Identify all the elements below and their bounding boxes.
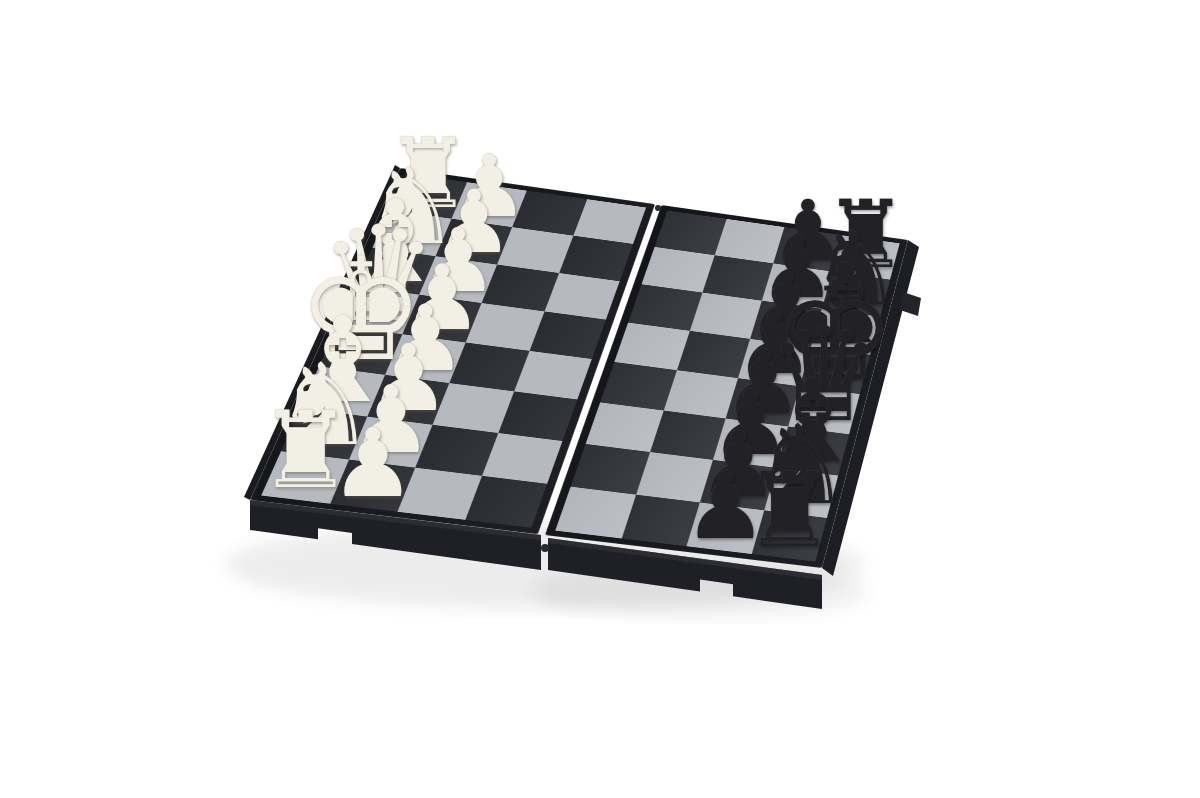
board-base-and-sides — [0, 0, 1200, 798]
piece-white-rook-h1[interactable]: ♜ — [258, 398, 353, 504]
piece-black-pawn-h7[interactable]: ♟ — [684, 460, 767, 553]
clasp-tab — [900, 292, 921, 316]
hinge-pin-front — [541, 544, 549, 552]
hinge-pin-back — [655, 205, 661, 211]
chess-set-photo: ♜♞♝♚♛♝♞♜♟♟♟♟♟♟♟♟♟♟♟♟♟♟♟♟♜♞♝♛♚♝♞♜ — [0, 0, 1200, 798]
